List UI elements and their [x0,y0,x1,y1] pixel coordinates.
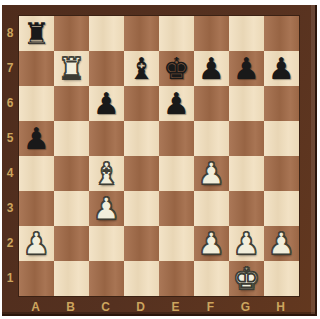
square-f7[interactable]: ♟ [194,51,229,86]
square-g8[interactable] [229,16,264,51]
file-label-g: G [228,298,263,315]
square-e5[interactable] [159,121,194,156]
square-e4[interactable] [159,156,194,191]
square-d7[interactable]: ♝ [124,51,159,86]
square-g2[interactable]: ♟ [229,226,264,261]
rank-label-3: 3 [3,190,17,225]
square-e6[interactable]: ♟ [159,86,194,121]
square-b7[interactable]: ♜ [54,51,89,86]
square-c2[interactable] [89,226,124,261]
file-label-h: H [263,298,298,315]
file-label-c: C [88,298,123,315]
square-h3[interactable] [264,191,299,226]
square-g7[interactable]: ♟ [229,51,264,86]
square-f1[interactable] [194,261,229,296]
chess-board: ♜♜♝♚♟♟♟♟♟♟♝♟♟♟♟♟♟♚ [18,15,300,297]
file-label-b: B [53,298,88,315]
square-e3[interactable] [159,191,194,226]
square-c1[interactable] [89,261,124,296]
square-h7[interactable]: ♟ [264,51,299,86]
rank-label-8: 8 [3,15,17,50]
white-pawn: ♟ [198,156,225,191]
rank-label-7: 7 [3,50,17,85]
square-g6[interactable] [229,86,264,121]
square-f6[interactable] [194,86,229,121]
black-king: ♚ [163,51,190,86]
rank-label-5: 5 [3,120,17,155]
square-c4[interactable]: ♝ [89,156,124,191]
square-b8[interactable] [54,16,89,51]
white-bishop: ♝ [93,156,120,191]
square-d1[interactable] [124,261,159,296]
square-h6[interactable] [264,86,299,121]
file-labels: ABCDEFGH [18,298,298,315]
square-e7[interactable]: ♚ [159,51,194,86]
square-f3[interactable] [194,191,229,226]
black-bishop: ♝ [128,51,155,86]
square-a6[interactable] [19,86,54,121]
square-e2[interactable] [159,226,194,261]
rank-labels: 87654321 [3,15,17,295]
square-d8[interactable] [124,16,159,51]
black-pawn: ♟ [163,86,190,121]
black-pawn: ♟ [233,51,260,86]
rank-label-2: 2 [3,225,17,260]
square-e8[interactable] [159,16,194,51]
square-a7[interactable] [19,51,54,86]
square-b1[interactable] [54,261,89,296]
square-f2[interactable]: ♟ [194,226,229,261]
square-g3[interactable] [229,191,264,226]
black-pawn: ♟ [198,51,225,86]
file-label-d: D [123,298,158,315]
square-c5[interactable] [89,121,124,156]
square-f4[interactable]: ♟ [194,156,229,191]
white-pawn: ♟ [233,226,260,261]
chess-diagram: 87654321 ♜♜♝♚♟♟♟♟♟♟♝♟♟♟♟♟♟♚ ABCDEFGH [0,0,320,319]
black-rook: ♜ [23,16,50,51]
white-pawn: ♟ [198,226,225,261]
square-b6[interactable] [54,86,89,121]
square-f5[interactable] [194,121,229,156]
square-b4[interactable] [54,156,89,191]
black-pawn: ♟ [93,86,120,121]
square-h5[interactable] [264,121,299,156]
rank-label-1: 1 [3,260,17,295]
square-e1[interactable] [159,261,194,296]
square-a2[interactable]: ♟ [19,226,54,261]
square-c3[interactable]: ♟ [89,191,124,226]
white-pawn: ♟ [93,191,120,226]
white-king: ♚ [233,261,260,296]
square-b3[interactable] [54,191,89,226]
square-h2[interactable]: ♟ [264,226,299,261]
square-d6[interactable] [124,86,159,121]
square-c7[interactable] [89,51,124,86]
file-label-e: E [158,298,193,315]
white-rook: ♜ [58,51,85,86]
square-d2[interactable] [124,226,159,261]
square-g4[interactable] [229,156,264,191]
square-b5[interactable] [54,121,89,156]
square-a3[interactable] [19,191,54,226]
board-frame: 87654321 ♜♜♝♚♟♟♟♟♟♟♝♟♟♟♟♟♟♚ ABCDEFGH [2,5,317,316]
square-a8[interactable]: ♜ [19,16,54,51]
file-label-f: F [193,298,228,315]
square-a5[interactable]: ♟ [19,121,54,156]
white-pawn: ♟ [268,226,295,261]
square-f8[interactable] [194,16,229,51]
square-d4[interactable] [124,156,159,191]
file-label-a: A [18,298,53,315]
square-h4[interactable] [264,156,299,191]
square-h1[interactable] [264,261,299,296]
rank-label-6: 6 [3,85,17,120]
square-c6[interactable]: ♟ [89,86,124,121]
square-a1[interactable] [19,261,54,296]
square-d3[interactable] [124,191,159,226]
black-pawn: ♟ [23,121,50,156]
rank-label-4: 4 [3,155,17,190]
black-pawn: ♟ [268,51,295,86]
square-g1[interactable]: ♚ [229,261,264,296]
square-g5[interactable] [229,121,264,156]
square-h8[interactable] [264,16,299,51]
white-pawn: ♟ [23,226,50,261]
square-c8[interactable] [89,16,124,51]
square-d5[interactable] [124,121,159,156]
square-b2[interactable] [54,226,89,261]
square-a4[interactable] [19,156,54,191]
